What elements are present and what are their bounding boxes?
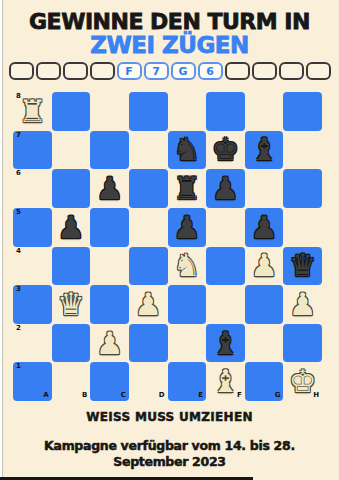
square-a8: 8♜ xyxy=(13,92,52,131)
square-f3 xyxy=(206,285,245,324)
square-b1: B xyxy=(52,362,91,401)
square-a5: 5 xyxy=(13,208,52,247)
square-e1: E xyxy=(168,362,207,401)
square-g6 xyxy=(245,169,284,208)
square-a4: 4 xyxy=(13,247,52,286)
square-g2 xyxy=(245,324,284,363)
square-h5 xyxy=(283,208,322,247)
square-e7: ♞ xyxy=(168,131,207,170)
square-c1: C xyxy=(90,362,129,401)
square-g8 xyxy=(245,92,284,131)
answer-box-4[interactable] xyxy=(90,62,115,80)
square-g4: ♟ xyxy=(245,247,284,286)
square-g7: ♝ xyxy=(245,131,284,170)
square-d1: D xyxy=(129,362,168,401)
piece-black-bishop-g7: ♝ xyxy=(245,131,284,170)
piece-white-king-h1: ♚ xyxy=(283,362,322,401)
square-e2 xyxy=(168,324,207,363)
square-g1: G xyxy=(245,362,284,401)
square-b4 xyxy=(52,247,91,286)
square-g3 xyxy=(245,285,284,324)
answer-box-6-7[interactable]: 7 xyxy=(144,62,169,80)
piece-black-pawn-f6: ♟ xyxy=(206,169,245,208)
square-f1: F♝ xyxy=(206,362,245,401)
square-e4: ♞ xyxy=(168,247,207,286)
square-c2: ♟ xyxy=(90,324,129,363)
title-line-1: GEWINNE DEN TURM IN xyxy=(0,10,339,33)
square-b6 xyxy=(52,169,91,208)
piece-white-pawn-c2: ♟ xyxy=(90,324,129,363)
campaign-availability: Kampagne verfügbar vom 14. bis 28. Septe… xyxy=(40,438,300,469)
square-b7 xyxy=(52,131,91,170)
square-b5: ♟ xyxy=(52,208,91,247)
square-d2 xyxy=(129,324,168,363)
answer-box-7-g[interactable]: G xyxy=(171,62,196,80)
rank-label-1: 1 xyxy=(16,363,21,370)
answer-box-3[interactable] xyxy=(63,62,88,80)
answer-box-5-f[interactable]: F xyxy=(117,62,142,80)
rank-label-2: 2 xyxy=(16,325,21,332)
square-d3: ♟ xyxy=(129,285,168,324)
square-d4 xyxy=(129,247,168,286)
piece-white-bishop-f1: ♝ xyxy=(206,362,245,401)
piece-white-rook-a8: ♜ xyxy=(13,92,52,131)
answer-box-1[interactable] xyxy=(9,62,34,80)
file-label-a: A xyxy=(43,392,48,399)
answer-box-2[interactable] xyxy=(36,62,61,80)
square-e3 xyxy=(168,285,207,324)
square-c5 xyxy=(90,208,129,247)
piece-white-pawn-d3: ♟ xyxy=(129,285,168,324)
chess-board: 8♜7♞♚♝6♟♜♟5♟♟♟4♞♟♛3♛♟♟2♟♝1ABCDEF♝GH♚ xyxy=(13,92,322,401)
square-d7 xyxy=(129,131,168,170)
answer-box-12[interactable] xyxy=(306,62,331,80)
square-f5 xyxy=(206,208,245,247)
square-b2 xyxy=(52,324,91,363)
answer-box-9[interactable] xyxy=(225,62,250,80)
square-h6 xyxy=(283,169,322,208)
file-label-e: E xyxy=(198,392,203,399)
square-h3: ♟ xyxy=(283,285,322,324)
answer-box-11[interactable] xyxy=(279,62,304,80)
square-c6: ♟ xyxy=(90,169,129,208)
piece-black-pawn-g5: ♟ xyxy=(245,208,284,247)
page-title: GEWINNE DEN TURM IN ZWEI ZÜGEN xyxy=(0,10,339,57)
square-b8 xyxy=(52,92,91,131)
piece-black-queen-h4: ♛ xyxy=(283,247,322,286)
piece-white-knight-e4: ♞ xyxy=(168,247,207,286)
file-label-g: G xyxy=(275,392,281,399)
square-c7 xyxy=(90,131,129,170)
square-h8 xyxy=(283,92,322,131)
square-h2 xyxy=(283,324,322,363)
piece-black-rook-e6: ♜ xyxy=(168,169,207,208)
square-f8 xyxy=(206,92,245,131)
square-h4: ♛ xyxy=(283,247,322,286)
square-g5: ♟ xyxy=(245,208,284,247)
square-a3: 3 xyxy=(13,285,52,324)
piece-black-king-f7: ♚ xyxy=(206,131,245,170)
square-c8 xyxy=(90,92,129,131)
square-f6: ♟ xyxy=(206,169,245,208)
move-instruction: WEISS MUSS UMZIEHEN xyxy=(0,410,339,424)
square-a7: 7 xyxy=(13,131,52,170)
file-label-c: C xyxy=(121,392,126,399)
piece-white-pawn-h3: ♟ xyxy=(283,285,322,324)
square-f7: ♚ xyxy=(206,131,245,170)
square-d8 xyxy=(129,92,168,131)
piece-black-bishop-f2: ♝ xyxy=(206,324,245,363)
rank-label-5: 5 xyxy=(16,209,21,216)
square-a1: 1A xyxy=(13,362,52,401)
square-c3 xyxy=(90,285,129,324)
rank-label-3: 3 xyxy=(16,286,21,293)
square-b3: ♛ xyxy=(52,285,91,324)
square-e5: ♟ xyxy=(168,208,207,247)
square-h7 xyxy=(283,131,322,170)
title-line-2: ZWEI ZÜGEN xyxy=(0,33,339,57)
piece-white-pawn-g4: ♟ xyxy=(245,247,284,286)
square-a6: 6 xyxy=(13,169,52,208)
rank-label-4: 4 xyxy=(16,248,21,255)
rank-label-7: 7 xyxy=(16,132,21,139)
square-a2: 2 xyxy=(13,324,52,363)
square-f4 xyxy=(206,247,245,286)
square-c4 xyxy=(90,247,129,286)
piece-black-pawn-b5: ♟ xyxy=(52,208,91,247)
answer-box-10[interactable] xyxy=(252,62,277,80)
square-d5 xyxy=(129,208,168,247)
piece-black-knight-e7: ♞ xyxy=(168,131,207,170)
answer-boxes-row: F7G6 xyxy=(0,62,339,80)
square-e8 xyxy=(168,92,207,131)
file-label-d: D xyxy=(159,392,165,399)
square-h1: H♚ xyxy=(283,362,322,401)
square-d6 xyxy=(129,169,168,208)
piece-black-pawn-e5: ♟ xyxy=(168,208,207,247)
answer-box-8-6[interactable]: 6 xyxy=(198,62,223,80)
file-label-b: B xyxy=(82,392,87,399)
piece-white-queen-b3: ♛ xyxy=(52,285,91,324)
rank-label-6: 6 xyxy=(16,170,21,177)
square-e6: ♜ xyxy=(168,169,207,208)
square-f2: ♝ xyxy=(206,324,245,363)
piece-black-pawn-c6: ♟ xyxy=(90,169,129,208)
puzzle-poster: GEWINNE DEN TURM IN ZWEI ZÜGEN F7G6 8♜7♞… xyxy=(0,0,339,480)
